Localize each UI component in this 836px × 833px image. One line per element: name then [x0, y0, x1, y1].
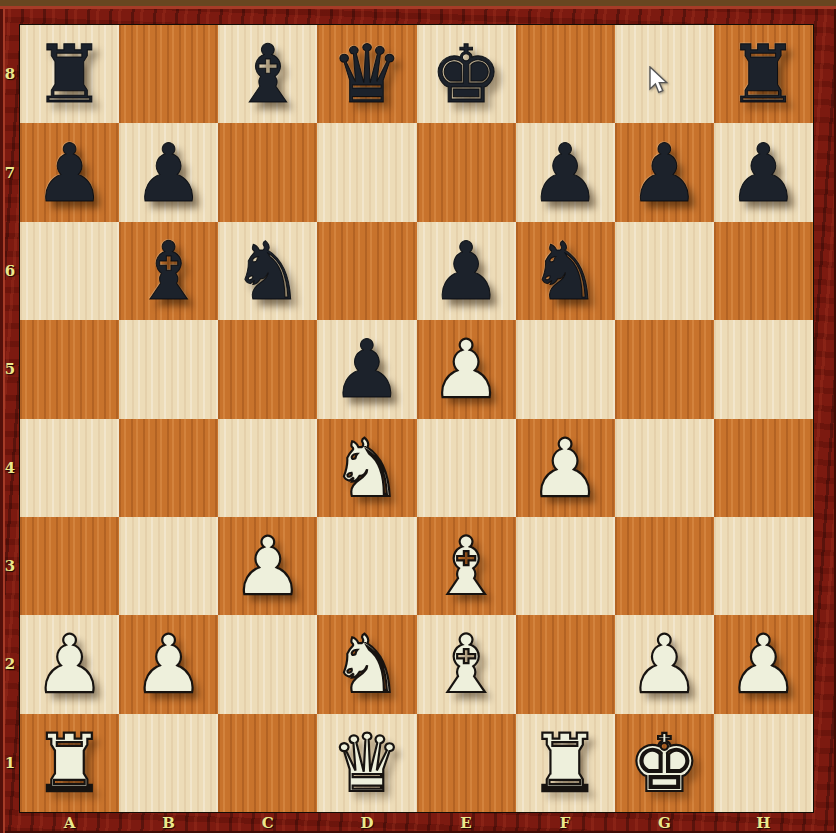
square-b1[interactable]	[119, 714, 218, 812]
square-b2[interactable]: ♟	[119, 615, 218, 713]
square-c2[interactable]	[218, 615, 317, 713]
square-h5[interactable]	[714, 320, 813, 418]
file-labels: ABCDEFGH	[20, 812, 813, 833]
square-g4[interactable]	[615, 419, 714, 517]
square-c8[interactable]: ♝	[218, 25, 317, 123]
square-h8[interactable]: ♜	[714, 25, 813, 123]
rank-label-3: 3	[0, 517, 20, 615]
file-label-f: F	[516, 812, 615, 833]
square-e8[interactable]: ♚	[417, 25, 516, 123]
file-label-e: E	[417, 812, 516, 833]
square-f7[interactable]: ♟	[516, 123, 615, 221]
rank-label-2: 2	[0, 615, 20, 713]
square-b8[interactable]	[119, 25, 218, 123]
square-a2[interactable]: ♟	[20, 615, 119, 713]
rank-label-7: 7	[0, 123, 20, 221]
black-bishop-c8[interactable]: ♝	[232, 35, 304, 115]
rank-label-5: 5	[0, 320, 20, 418]
file-label-h: H	[714, 812, 813, 833]
square-f1[interactable]: ♜	[516, 714, 615, 812]
white-king-g1[interactable]: ♚	[628, 724, 700, 804]
square-g6[interactable]	[615, 222, 714, 320]
white-queen-d1[interactable]: ♛	[331, 724, 403, 804]
black-bishop-b6[interactable]: ♝	[133, 232, 205, 312]
rank-labels: 87654321	[0, 25, 20, 812]
square-a7[interactable]: ♟	[20, 123, 119, 221]
rank-label-1: 1	[0, 714, 20, 812]
white-pawn-a2[interactable]: ♟	[34, 625, 106, 705]
black-pawn-f7[interactable]: ♟	[529, 134, 601, 214]
square-d2[interactable]: ♞	[317, 615, 416, 713]
black-knight-f6[interactable]: ♞	[529, 232, 601, 312]
square-b4[interactable]	[119, 419, 218, 517]
square-b3[interactable]	[119, 517, 218, 615]
square-a4[interactable]	[20, 419, 119, 517]
square-h2[interactable]: ♟	[714, 615, 813, 713]
mouse-cursor-icon	[648, 66, 669, 97]
black-pawn-a7[interactable]: ♟	[34, 134, 106, 214]
square-c6[interactable]: ♞	[218, 222, 317, 320]
square-a6[interactable]	[20, 222, 119, 320]
white-bishop-e3[interactable]: ♝	[430, 527, 502, 607]
file-label-d: D	[317, 812, 416, 833]
square-c5[interactable]	[218, 320, 317, 418]
square-e4[interactable]	[417, 419, 516, 517]
square-e2[interactable]: ♝	[417, 615, 516, 713]
square-g1[interactable]: ♚	[615, 714, 714, 812]
square-b6[interactable]: ♝	[119, 222, 218, 320]
black-pawn-d5[interactable]: ♟	[331, 330, 403, 410]
black-pawn-h7[interactable]: ♟	[728, 134, 800, 214]
square-h4[interactable]	[714, 419, 813, 517]
black-rook-a8[interactable]: ♜	[34, 35, 106, 115]
square-e5[interactable]: ♟	[417, 320, 516, 418]
square-d4[interactable]: ♞	[317, 419, 416, 517]
square-c3[interactable]: ♟	[218, 517, 317, 615]
rank-label-4: 4	[0, 419, 20, 517]
square-f6[interactable]: ♞	[516, 222, 615, 320]
square-h1[interactable]	[714, 714, 813, 812]
rank-label-6: 6	[0, 222, 20, 320]
black-king-e8[interactable]: ♚	[430, 35, 502, 115]
square-c1[interactable]	[218, 714, 317, 812]
white-pawn-f4[interactable]: ♟	[529, 429, 601, 509]
black-rook-h8[interactable]: ♜	[728, 35, 800, 115]
square-d5[interactable]: ♟	[317, 320, 416, 418]
white-rook-a1[interactable]: ♜	[34, 724, 106, 804]
file-label-a: A	[20, 812, 119, 833]
square-d6[interactable]	[317, 222, 416, 320]
square-g2[interactable]: ♟	[615, 615, 714, 713]
square-a5[interactable]	[20, 320, 119, 418]
square-b5[interactable]	[119, 320, 218, 418]
black-knight-c6[interactable]: ♞	[232, 232, 304, 312]
square-e6[interactable]: ♟	[417, 222, 516, 320]
square-d7[interactable]	[317, 123, 416, 221]
file-label-c: C	[218, 812, 317, 833]
file-label-g: G	[615, 812, 714, 833]
white-pawn-e5[interactable]: ♟	[430, 330, 502, 410]
square-f5[interactable]	[516, 320, 615, 418]
white-pawn-b2[interactable]: ♟	[133, 625, 205, 705]
square-d1[interactable]: ♛	[317, 714, 416, 812]
square-a1[interactable]: ♜	[20, 714, 119, 812]
white-knight-d2[interactable]: ♞	[331, 625, 403, 705]
square-g5[interactable]	[615, 320, 714, 418]
square-c7[interactable]	[218, 123, 317, 221]
file-label-b: B	[119, 812, 218, 833]
white-pawn-c3[interactable]: ♟	[232, 527, 304, 607]
black-pawn-e6[interactable]: ♟	[430, 232, 502, 312]
square-d8[interactable]: ♛	[317, 25, 416, 123]
white-knight-d4[interactable]: ♞	[331, 429, 403, 509]
chess-board: ♜♝♛♚♜♟♟♟♟♟♝♞♟♞♟♟♞♟♟♝♟♟♞♝♟♟♜♛♜♚	[20, 25, 813, 812]
black-pawn-g7[interactable]: ♟	[628, 134, 700, 214]
black-queen-d8[interactable]: ♛	[331, 35, 403, 115]
square-a8[interactable]: ♜	[20, 25, 119, 123]
square-e1[interactable]	[417, 714, 516, 812]
chess-board-frame: ♜♝♛♚♜♟♟♟♟♟♝♞♟♞♟♟♞♟♟♝♟♟♞♝♟♟♜♛♜♚ 87654321 …	[0, 0, 836, 833]
rank-label-8: 8	[0, 25, 20, 123]
square-d3[interactable]	[317, 517, 416, 615]
square-a3[interactable]	[20, 517, 119, 615]
square-h6[interactable]	[714, 222, 813, 320]
white-bishop-e2[interactable]: ♝	[430, 625, 502, 705]
square-h7[interactable]: ♟	[714, 123, 813, 221]
square-f8[interactable]	[516, 25, 615, 123]
square-e7[interactable]	[417, 123, 516, 221]
white-pawn-g2[interactable]: ♟	[628, 625, 700, 705]
square-f2[interactable]	[516, 615, 615, 713]
square-g3[interactable]	[615, 517, 714, 615]
black-pawn-b7[interactable]: ♟	[133, 134, 205, 214]
square-f3[interactable]	[516, 517, 615, 615]
square-e3[interactable]: ♝	[417, 517, 516, 615]
square-b7[interactable]: ♟	[119, 123, 218, 221]
white-rook-f1[interactable]: ♜	[529, 724, 601, 804]
square-f4[interactable]: ♟	[516, 419, 615, 517]
square-h3[interactable]	[714, 517, 813, 615]
square-g7[interactable]: ♟	[615, 123, 714, 221]
white-pawn-h2[interactable]: ♟	[728, 625, 800, 705]
square-c4[interactable]	[218, 419, 317, 517]
